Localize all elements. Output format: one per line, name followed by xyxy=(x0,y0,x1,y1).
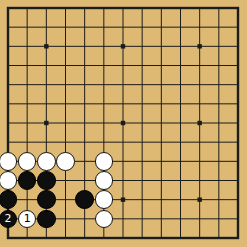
intersection[interactable] xyxy=(113,37,132,56)
intersection[interactable] xyxy=(37,37,56,56)
intersection[interactable] xyxy=(75,209,94,228)
intersection[interactable] xyxy=(113,94,132,113)
intersection[interactable] xyxy=(113,56,132,75)
intersection[interactable] xyxy=(133,152,152,171)
intersection[interactable] xyxy=(56,56,75,75)
intersection[interactable] xyxy=(37,171,56,190)
intersection[interactable] xyxy=(171,56,190,75)
intersection[interactable] xyxy=(190,228,209,247)
intersection[interactable] xyxy=(209,113,228,132)
intersection[interactable] xyxy=(18,113,37,132)
stone-move-number: 1 xyxy=(24,213,31,224)
intersection[interactable] xyxy=(18,37,37,56)
intersection[interactable] xyxy=(18,171,37,190)
white-stone[interactable] xyxy=(95,152,114,171)
intersection[interactable] xyxy=(75,0,94,18)
intersection[interactable] xyxy=(209,228,228,247)
intersection[interactable] xyxy=(171,209,190,228)
black-stone[interactable] xyxy=(75,190,94,209)
intersection[interactable] xyxy=(190,133,209,152)
intersection[interactable] xyxy=(0,228,18,247)
intersection[interactable] xyxy=(228,0,247,18)
intersection[interactable] xyxy=(152,56,171,75)
intersection[interactable] xyxy=(75,37,94,56)
intersection[interactable] xyxy=(56,171,75,190)
intersection[interactable] xyxy=(171,37,190,56)
black-stone[interactable] xyxy=(18,171,37,190)
intersection[interactable] xyxy=(152,37,171,56)
intersection[interactable] xyxy=(209,37,228,56)
intersection[interactable] xyxy=(171,152,190,171)
intersection[interactable] xyxy=(228,190,247,209)
white-stone[interactable] xyxy=(37,152,56,171)
intersection[interactable] xyxy=(0,133,18,152)
intersection[interactable] xyxy=(171,0,190,18)
intersection[interactable] xyxy=(152,209,171,228)
intersection[interactable] xyxy=(228,133,247,152)
intersection[interactable] xyxy=(228,171,247,190)
intersection[interactable] xyxy=(37,94,56,113)
intersection[interactable] xyxy=(190,190,209,209)
intersection[interactable] xyxy=(75,171,94,190)
intersection[interactable] xyxy=(56,113,75,132)
intersection[interactable] xyxy=(94,18,113,37)
intersection[interactable] xyxy=(152,152,171,171)
intersection[interactable] xyxy=(133,228,152,247)
intersection[interactable] xyxy=(0,37,18,56)
intersection[interactable] xyxy=(94,209,113,228)
intersection[interactable] xyxy=(113,75,132,94)
intersection[interactable] xyxy=(228,113,247,132)
intersection[interactable] xyxy=(133,133,152,152)
intersection[interactable] xyxy=(190,18,209,37)
intersection[interactable] xyxy=(113,171,132,190)
intersection[interactable] xyxy=(133,56,152,75)
intersection[interactable] xyxy=(37,18,56,37)
intersection[interactable] xyxy=(56,152,75,171)
intersection[interactable] xyxy=(133,75,152,94)
intersection[interactable] xyxy=(113,18,132,37)
intersection[interactable] xyxy=(133,209,152,228)
intersection[interactable] xyxy=(94,171,113,190)
intersection[interactable] xyxy=(75,228,94,247)
intersection[interactable] xyxy=(228,228,247,247)
black-stone[interactable]: 2 xyxy=(0,210,17,229)
intersection[interactable] xyxy=(152,0,171,18)
black-stone[interactable] xyxy=(37,171,56,190)
intersection[interactable] xyxy=(18,75,37,94)
intersection[interactable] xyxy=(37,209,56,228)
intersection[interactable] xyxy=(56,190,75,209)
intersection[interactable] xyxy=(228,209,247,228)
white-stone[interactable] xyxy=(56,152,75,171)
intersection[interactable] xyxy=(171,113,190,132)
intersection[interactable] xyxy=(133,94,152,113)
intersection[interactable] xyxy=(0,56,18,75)
intersection[interactable] xyxy=(171,94,190,113)
intersection[interactable] xyxy=(18,133,37,152)
intersection[interactable] xyxy=(228,94,247,113)
intersection[interactable] xyxy=(113,209,132,228)
intersection[interactable] xyxy=(190,56,209,75)
intersection[interactable] xyxy=(56,228,75,247)
intersection[interactable] xyxy=(37,0,56,18)
intersection[interactable] xyxy=(209,190,228,209)
intersection[interactable] xyxy=(75,113,94,132)
intersection[interactable] xyxy=(18,228,37,247)
intersection[interactable] xyxy=(0,152,18,171)
intersection[interactable] xyxy=(152,75,171,94)
intersection[interactable] xyxy=(37,133,56,152)
intersection[interactable] xyxy=(0,18,18,37)
intersection[interactable] xyxy=(37,113,56,132)
intersection[interactable] xyxy=(0,113,18,132)
black-stone[interactable] xyxy=(0,190,17,209)
intersection[interactable] xyxy=(0,0,18,18)
intersection[interactable] xyxy=(75,133,94,152)
intersection[interactable] xyxy=(190,0,209,18)
intersection[interactable] xyxy=(37,190,56,209)
intersection[interactable] xyxy=(94,190,113,209)
intersection[interactable] xyxy=(37,56,56,75)
intersection[interactable] xyxy=(113,0,132,18)
intersection[interactable] xyxy=(18,94,37,113)
intersection[interactable] xyxy=(113,152,132,171)
white-stone[interactable] xyxy=(95,190,114,209)
intersection[interactable] xyxy=(94,94,113,113)
intersection[interactable] xyxy=(94,133,113,152)
white-stone[interactable] xyxy=(18,152,37,171)
intersection[interactable] xyxy=(228,18,247,37)
intersection[interactable] xyxy=(133,37,152,56)
board-intersections: 21 xyxy=(0,0,247,247)
stone-move-number: 2 xyxy=(5,213,12,224)
white-stone[interactable] xyxy=(0,171,17,190)
intersection[interactable] xyxy=(133,18,152,37)
intersection[interactable] xyxy=(94,75,113,94)
intersection[interactable] xyxy=(152,190,171,209)
intersection[interactable] xyxy=(0,75,18,94)
black-stone[interactable] xyxy=(37,190,56,209)
intersection[interactable] xyxy=(18,18,37,37)
go-board: 21 xyxy=(0,0,247,247)
intersection[interactable] xyxy=(18,56,37,75)
intersection[interactable] xyxy=(152,18,171,37)
intersection[interactable] xyxy=(56,133,75,152)
intersection[interactable] xyxy=(171,228,190,247)
intersection[interactable] xyxy=(113,190,132,209)
intersection[interactable] xyxy=(152,113,171,132)
intersection[interactable] xyxy=(209,0,228,18)
intersection[interactable] xyxy=(190,94,209,113)
intersection[interactable] xyxy=(113,228,132,247)
intersection[interactable] xyxy=(133,171,152,190)
intersection[interactable] xyxy=(190,113,209,132)
intersection[interactable] xyxy=(37,228,56,247)
intersection[interactable] xyxy=(171,75,190,94)
intersection[interactable] xyxy=(133,190,152,209)
intersection[interactable] xyxy=(190,37,209,56)
intersection[interactable] xyxy=(190,171,209,190)
intersection[interactable] xyxy=(56,18,75,37)
intersection[interactable] xyxy=(75,94,94,113)
intersection[interactable] xyxy=(0,171,18,190)
intersection[interactable] xyxy=(209,133,228,152)
intersection[interactable] xyxy=(37,152,56,171)
intersection[interactable] xyxy=(94,56,113,75)
intersection[interactable] xyxy=(228,56,247,75)
intersection[interactable] xyxy=(152,228,171,247)
intersection[interactable] xyxy=(94,228,113,247)
intersection[interactable] xyxy=(228,75,247,94)
intersection[interactable] xyxy=(75,190,94,209)
intersection[interactable] xyxy=(56,37,75,56)
intersection[interactable]: 1 xyxy=(18,209,37,228)
intersection[interactable] xyxy=(209,152,228,171)
intersection[interactable] xyxy=(171,133,190,152)
intersection[interactable] xyxy=(18,0,37,18)
intersection[interactable] xyxy=(190,209,209,228)
white-stone[interactable] xyxy=(0,152,17,171)
intersection[interactable] xyxy=(94,152,113,171)
white-stone[interactable]: 1 xyxy=(18,210,37,229)
intersection[interactable] xyxy=(133,113,152,132)
intersection[interactable] xyxy=(18,152,37,171)
intersection[interactable] xyxy=(171,18,190,37)
white-stone[interactable] xyxy=(95,171,114,190)
intersection[interactable] xyxy=(56,75,75,94)
intersection[interactable] xyxy=(56,209,75,228)
intersection[interactable] xyxy=(0,94,18,113)
intersection[interactable] xyxy=(56,94,75,113)
white-stone[interactable] xyxy=(95,210,114,229)
intersection[interactable] xyxy=(190,152,209,171)
intersection[interactable] xyxy=(228,152,247,171)
intersection[interactable] xyxy=(152,133,171,152)
intersection[interactable] xyxy=(56,0,75,18)
intersection[interactable] xyxy=(209,75,228,94)
intersection[interactable] xyxy=(94,0,113,18)
intersection[interactable] xyxy=(75,75,94,94)
intersection[interactable] xyxy=(209,209,228,228)
intersection[interactable] xyxy=(0,190,18,209)
intersection[interactable] xyxy=(37,75,56,94)
black-stone[interactable] xyxy=(37,210,56,229)
intersection[interactable] xyxy=(171,171,190,190)
intersection[interactable] xyxy=(190,75,209,94)
intersection[interactable] xyxy=(18,190,37,209)
intersection[interactable] xyxy=(171,190,190,209)
intersection[interactable] xyxy=(209,18,228,37)
intersection[interactable] xyxy=(75,152,94,171)
intersection[interactable] xyxy=(152,94,171,113)
intersection[interactable] xyxy=(209,171,228,190)
intersection[interactable] xyxy=(209,94,228,113)
intersection[interactable] xyxy=(152,171,171,190)
intersection[interactable]: 2 xyxy=(0,209,18,228)
intersection[interactable] xyxy=(209,56,228,75)
intersection[interactable] xyxy=(94,37,113,56)
intersection[interactable] xyxy=(75,18,94,37)
intersection[interactable] xyxy=(113,113,132,132)
intersection[interactable] xyxy=(113,133,132,152)
intersection[interactable] xyxy=(75,56,94,75)
intersection[interactable] xyxy=(133,0,152,18)
intersection[interactable] xyxy=(228,37,247,56)
intersection[interactable] xyxy=(94,113,113,132)
